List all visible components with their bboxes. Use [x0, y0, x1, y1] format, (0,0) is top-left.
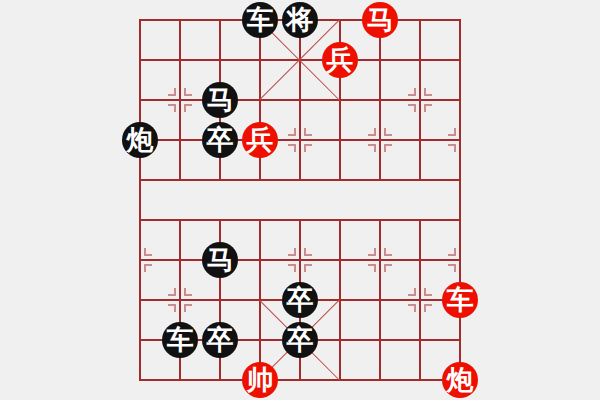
- star-point-marker: [304, 264, 312, 272]
- grid-line-vertical: [459, 19, 461, 381]
- star-point-marker: [184, 88, 192, 96]
- piece-red-cannon[interactable]: 炮: [442, 362, 478, 398]
- star-point-marker: [288, 128, 296, 136]
- star-point-marker: [384, 144, 392, 152]
- piece-black-chariot[interactable]: 车: [242, 2, 278, 38]
- grid-line-vertical: [139, 19, 141, 381]
- grid-line-vertical: [379, 219, 381, 381]
- star-point-marker: [424, 104, 432, 112]
- star-point-marker: [368, 144, 376, 152]
- piece-black-chariot[interactable]: 车: [162, 322, 198, 358]
- piece-red-chariot[interactable]: 车: [442, 282, 478, 318]
- piece-black-general[interactable]: 将: [282, 2, 318, 38]
- star-point-marker: [304, 144, 312, 152]
- piece-black-horse[interactable]: 马: [202, 82, 238, 118]
- star-point-marker: [368, 264, 376, 272]
- star-point-marker: [168, 288, 176, 296]
- star-point-marker: [408, 304, 416, 312]
- piece-red-general[interactable]: 帅: [242, 362, 278, 398]
- star-point-marker: [368, 248, 376, 256]
- star-point-marker: [304, 128, 312, 136]
- piece-black-soldier[interactable]: 卒: [282, 322, 318, 358]
- grid-line-vertical: [379, 19, 381, 181]
- star-point-marker: [448, 144, 456, 152]
- star-point-marker: [384, 248, 392, 256]
- star-point-marker: [184, 288, 192, 296]
- star-point-marker: [384, 264, 392, 272]
- piece-red-soldier[interactable]: 兵: [242, 122, 278, 158]
- star-point-marker: [384, 128, 392, 136]
- star-point-marker: [144, 248, 152, 256]
- star-point-marker: [184, 104, 192, 112]
- star-point-marker: [448, 264, 456, 272]
- star-point-marker: [408, 288, 416, 296]
- star-point-marker: [448, 128, 456, 136]
- star-point-marker: [168, 88, 176, 96]
- star-point-marker: [168, 304, 176, 312]
- star-point-marker: [368, 128, 376, 136]
- star-point-marker: [424, 88, 432, 96]
- star-point-marker: [168, 104, 176, 112]
- piece-black-cannon[interactable]: 炮: [122, 122, 158, 158]
- grid-line-vertical: [419, 219, 421, 381]
- piece-black-horse[interactable]: 马: [202, 242, 238, 278]
- grid-line-vertical: [299, 19, 301, 181]
- star-point-marker: [304, 248, 312, 256]
- star-point-marker: [408, 88, 416, 96]
- star-point-marker: [144, 264, 152, 272]
- piece-black-soldier[interactable]: 卒: [282, 282, 318, 318]
- piece-black-soldier[interactable]: 卒: [202, 122, 238, 158]
- star-point-marker: [288, 264, 296, 272]
- star-point-marker: [288, 144, 296, 152]
- piece-black-soldier[interactable]: 卒: [202, 322, 238, 358]
- star-point-marker: [424, 288, 432, 296]
- grid-line-vertical: [179, 19, 181, 181]
- star-point-marker: [184, 304, 192, 312]
- star-point-marker: [424, 304, 432, 312]
- star-point-marker: [408, 104, 416, 112]
- star-point-marker: [448, 248, 456, 256]
- star-point-marker: [288, 248, 296, 256]
- grid-line-vertical: [419, 19, 421, 181]
- xiangqi-board-stage: 车将马兵马炮卒兵马卒车车卒卒帅炮: [0, 0, 600, 400]
- piece-red-horse[interactable]: 马: [362, 2, 398, 38]
- piece-red-soldier[interactable]: 兵: [322, 42, 358, 78]
